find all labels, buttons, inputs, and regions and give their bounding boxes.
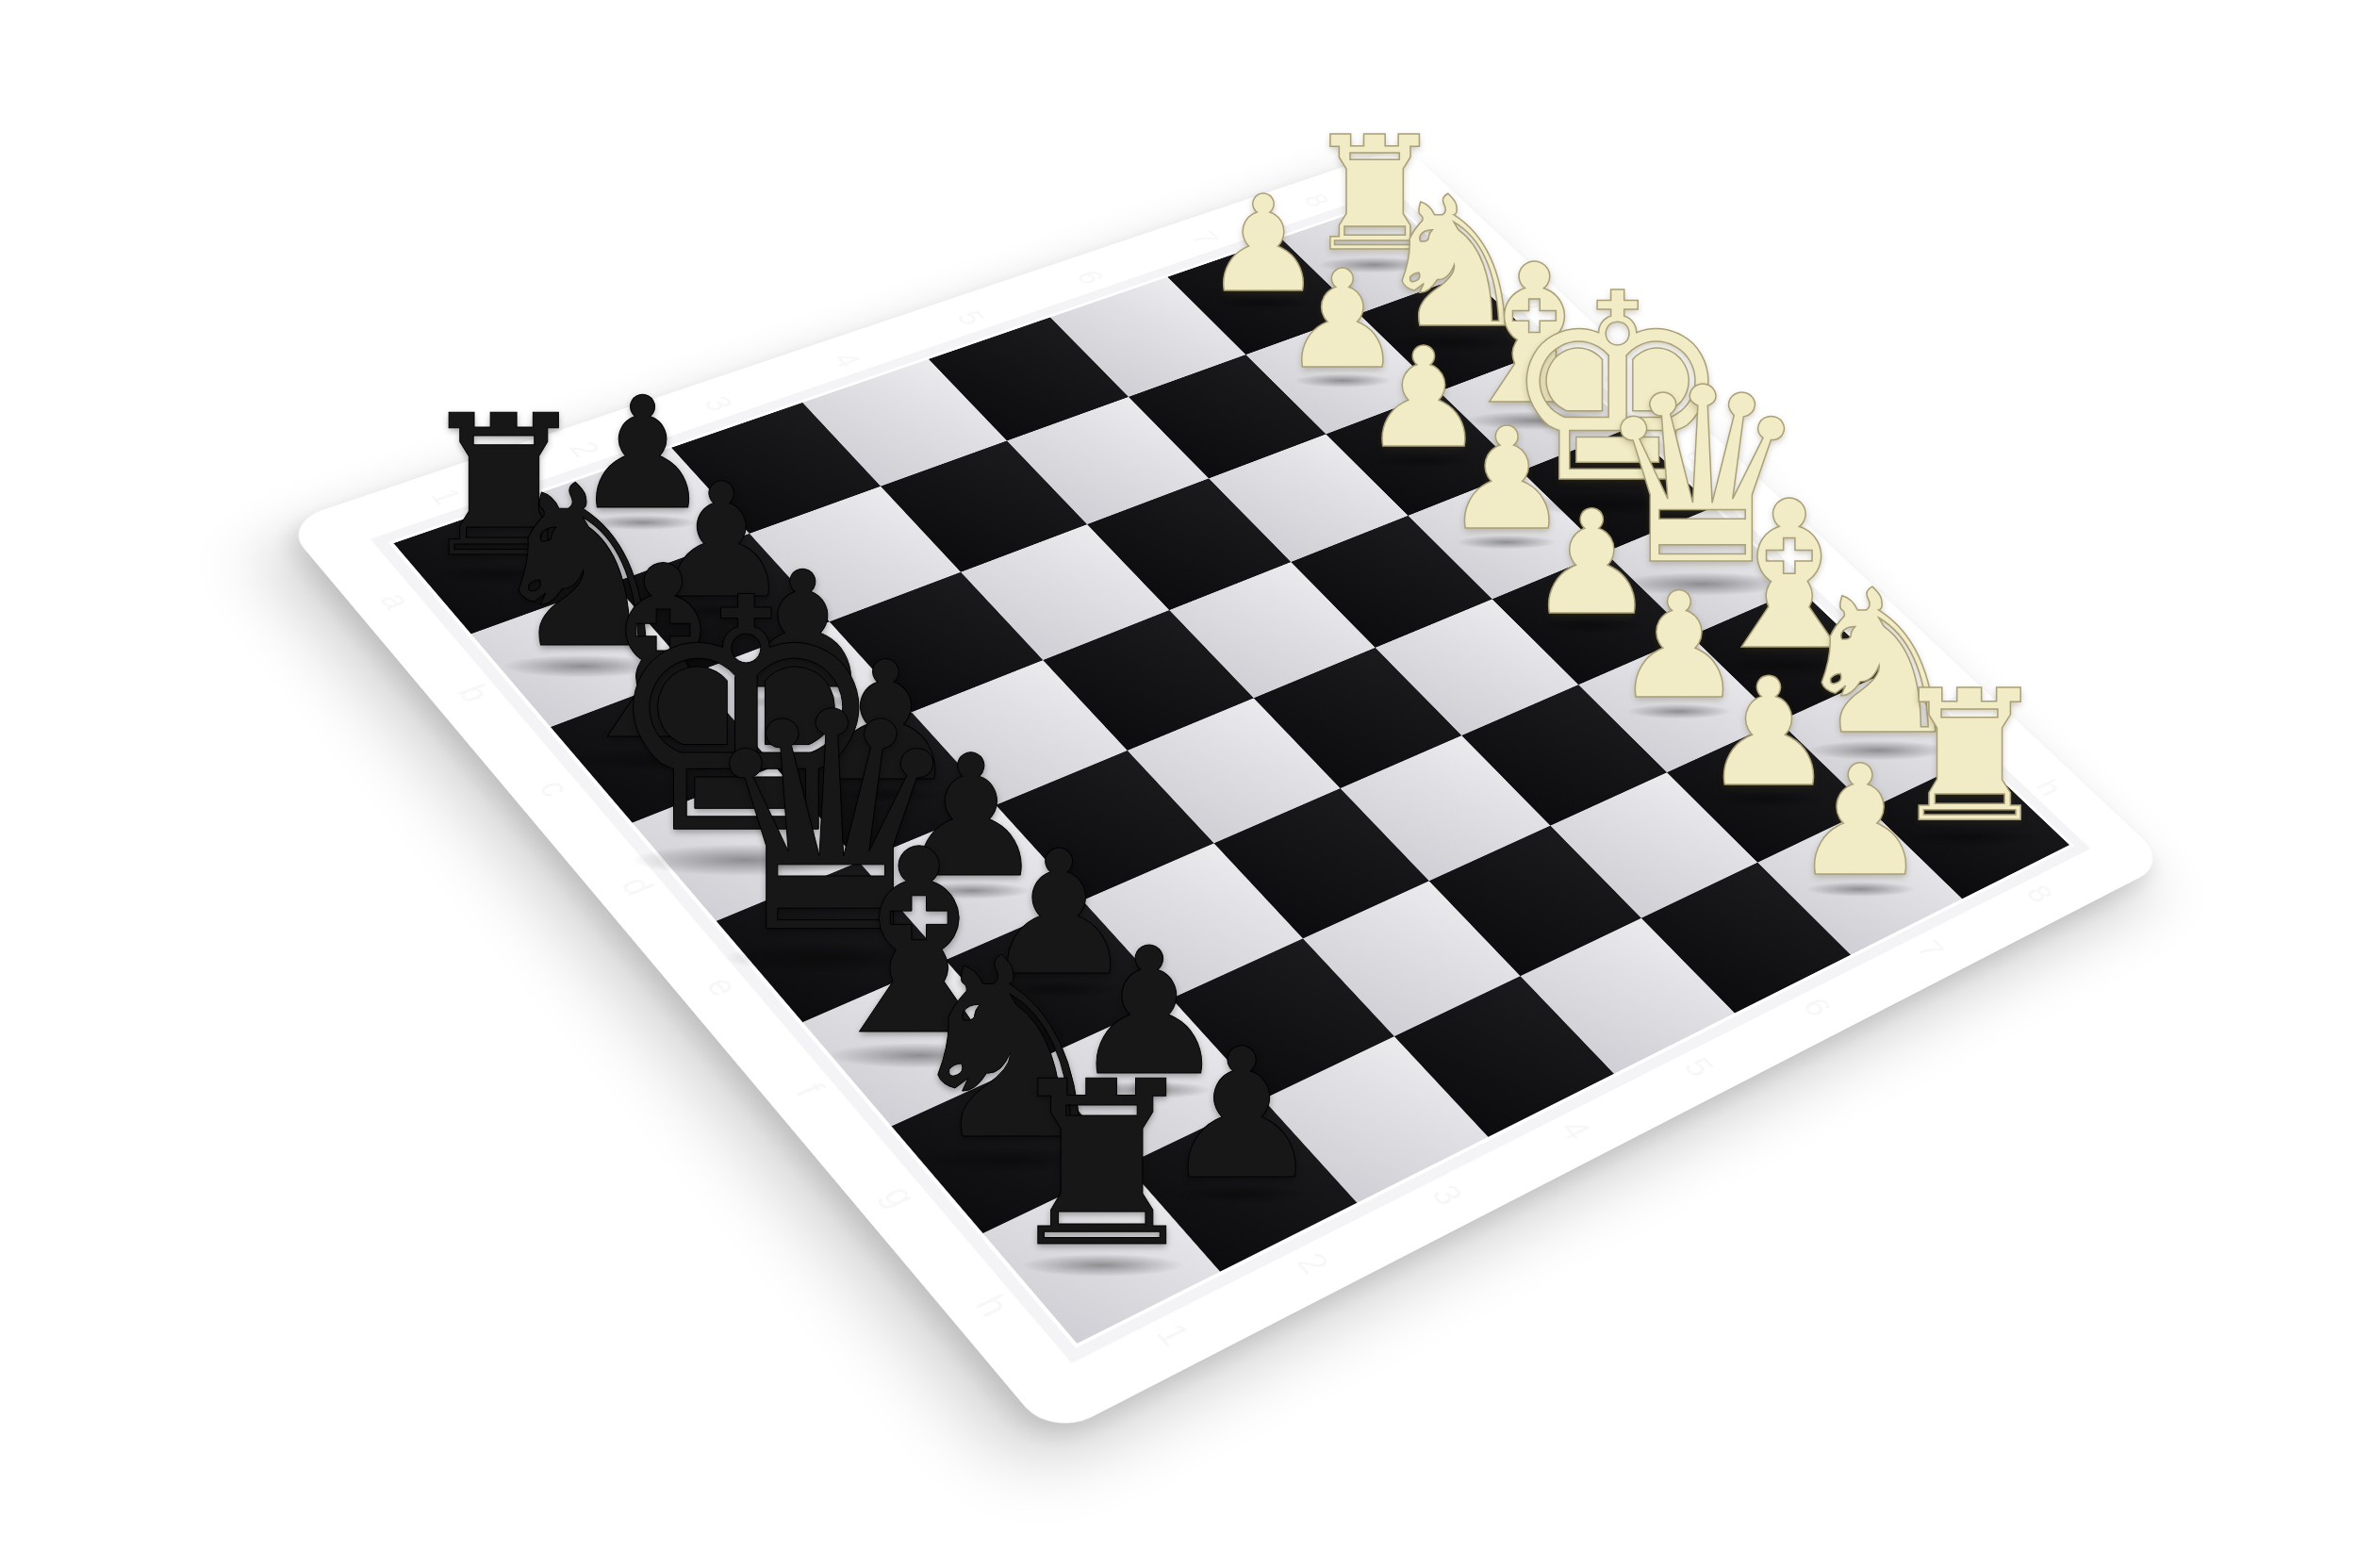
rank-label-right-6: 6: [1795, 993, 1839, 1022]
rank-label-right-7: 7: [1909, 935, 1953, 964]
file-label-bottom-a: a: [371, 588, 420, 615]
rank-label-left-4: 4: [825, 349, 869, 371]
black-rook-h1[interactable]: ♜: [1000, 1051, 1204, 1279]
rank-label-right-4: 4: [1552, 1114, 1599, 1146]
rank-label-right-5: 5: [1676, 1052, 1722, 1082]
rank-label-right-3: 3: [1423, 1180, 1471, 1212]
rank-label-left-6: 6: [1069, 267, 1112, 289]
white-pawn-h7[interactable]: ♟: [1791, 746, 1928, 899]
rank-label-right-1: 1: [1147, 1317, 1199, 1352]
product-photo-stage: 1122334455667788aabbccddeeffgghh ♜♞♝♚♛♝♞…: [0, 0, 2357, 1568]
rank-label-left-5: 5: [949, 307, 993, 329]
rank-label-right-2: 2: [1288, 1246, 1338, 1280]
rank-label-right-8: 8: [2019, 881, 2060, 908]
